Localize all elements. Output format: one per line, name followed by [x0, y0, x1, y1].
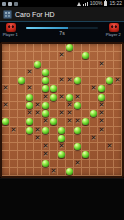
board-cell-11-3[interactable] [26, 135, 34, 143]
green-ball-piece [42, 77, 49, 84]
board-cell-13-14[interactable] [114, 151, 122, 159]
clock: 15:22 [109, 0, 122, 7]
board-cell-12-8[interactable] [66, 143, 74, 151]
board-cell-14-2[interactable] [18, 160, 26, 168]
board-cell-2-0[interactable] [2, 61, 10, 69]
cross-piece: ✕ [67, 102, 73, 109]
board-cell-2-12[interactable]: ✕ [98, 61, 106, 69]
board-cell-1-1[interactable] [10, 52, 18, 60]
board-cell-8-10[interactable] [82, 110, 90, 118]
board-cell-7-13[interactable] [106, 102, 114, 110]
green-ball-piece [58, 151, 65, 158]
board-cell-8-14[interactable] [114, 110, 122, 118]
board-cell-15-14[interactable] [114, 168, 122, 176]
board-cell-11-2[interactable] [18, 135, 26, 143]
board-cell-1-13[interactable] [106, 52, 114, 60]
cross-piece: ✕ [75, 94, 81, 101]
cross-piece: ✕ [67, 110, 73, 117]
board-cell-2-5[interactable] [42, 61, 50, 69]
board-cell-14-11[interactable] [90, 160, 98, 168]
board-cell-8-11[interactable] [90, 110, 98, 118]
board-cell-12-3[interactable] [26, 143, 34, 151]
board-cell-13-2[interactable] [18, 151, 26, 159]
notification-icon [2, 2, 6, 6]
board-cell-15-2[interactable] [18, 168, 26, 176]
board-cell-9-13[interactable] [106, 118, 114, 126]
board-cell-15-8[interactable] [66, 168, 74, 176]
player-bar: Player 1 7s Player 2 [0, 22, 124, 42]
board-cell-1-6[interactable] [50, 52, 58, 60]
board-cell-4-12[interactable] [98, 77, 106, 85]
board-cell-0-8[interactable] [66, 44, 74, 52]
board-cell-11-9[interactable] [74, 135, 82, 143]
board-cell-2-4[interactable] [34, 61, 42, 69]
board-cell-9-14[interactable] [114, 118, 122, 126]
player2-panel: Player 2 [105, 22, 122, 38]
board-cell-9-6[interactable] [50, 118, 58, 126]
battery-icon [104, 1, 107, 6]
board-cell-15-7[interactable] [58, 168, 66, 176]
board-cell-0-10[interactable] [82, 44, 90, 52]
board-cell-1-4[interactable] [34, 52, 42, 60]
cross-piece: ✕ [43, 143, 49, 150]
app-icon [3, 10, 12, 19]
board-cell-4-1[interactable] [10, 77, 18, 85]
board-cell-14-0[interactable] [2, 160, 10, 168]
bottom-area [0, 178, 124, 220]
board-cell-15-13[interactable] [106, 168, 114, 176]
board-cell-11-10[interactable] [82, 135, 90, 143]
cross-piece: ✕ [43, 94, 49, 101]
board-cell-6-11[interactable] [90, 94, 98, 102]
board-cell-3-3[interactable]: ✕ [26, 69, 34, 77]
board-cell-7-14[interactable] [114, 102, 122, 110]
board-cell-14-4[interactable] [34, 160, 42, 168]
board-cell-4-5[interactable] [42, 77, 50, 85]
board-cell-4-2[interactable] [18, 77, 26, 85]
board-cell-3-11[interactable] [90, 69, 98, 77]
green-ball-piece [82, 52, 89, 59]
board-cell-0-3[interactable] [26, 44, 34, 52]
board-cell-10-2[interactable] [18, 127, 26, 135]
board-cell-6-5[interactable]: ✕ [42, 94, 50, 102]
board-cell-9-9[interactable]: ✕ [74, 118, 82, 126]
turn-timer-text: 7s [59, 31, 64, 36]
status-bar: 100% 15:22 [0, 0, 124, 7]
cross-piece: ✕ [27, 110, 33, 117]
green-ball-piece [98, 94, 105, 101]
board-cell-9-2[interactable] [18, 118, 26, 126]
board-cell-15-10[interactable] [82, 168, 90, 176]
cross-piece: ✕ [27, 85, 33, 92]
board-cell-5-10[interactable] [82, 85, 90, 93]
green-ball-piece [50, 118, 57, 125]
signal-strength-icon [83, 2, 88, 6]
board-cell-14-10[interactable] [82, 160, 90, 168]
board-cell-13-11[interactable] [90, 151, 98, 159]
board-cell-13-0[interactable] [2, 151, 10, 159]
turn-progress-fill [26, 27, 68, 29]
board-cell-3-10[interactable] [82, 69, 90, 77]
board-cell-4-4[interactable] [34, 77, 42, 85]
cross-piece: ✕ [75, 160, 81, 167]
green-ball-piece [50, 94, 57, 101]
turn-timer-panel: 7s [19, 22, 105, 36]
cross-piece: ✕ [99, 127, 105, 134]
board-cell-10-12[interactable]: ✕ [98, 127, 106, 135]
board-cell-12-2[interactable] [18, 143, 26, 151]
green-ball-piece [106, 77, 113, 84]
board-cell-11-12[interactable] [98, 135, 106, 143]
board-cell-15-1[interactable] [10, 168, 18, 176]
cross-piece: ✕ [35, 127, 41, 134]
player2-label: Player 2 [106, 33, 121, 37]
cross-piece: ✕ [3, 85, 9, 92]
board-cell-6-2[interactable] [18, 94, 26, 102]
green-ball-piece [2, 118, 9, 125]
cross-piece: ✕ [99, 110, 105, 117]
green-ball-piece [34, 61, 41, 68]
board-cell-15-9[interactable] [74, 168, 82, 176]
board-cell-5-4[interactable] [34, 85, 42, 93]
board-cell-13-5[interactable]: ✕ [42, 151, 50, 159]
cross-piece: ✕ [27, 69, 33, 76]
board-cell-7-10[interactable] [82, 102, 90, 110]
board-cell-9-11[interactable] [90, 118, 98, 126]
board-cell-6-3[interactable] [26, 94, 34, 102]
board-cell-9-10[interactable] [82, 118, 90, 126]
green-ball-piece [82, 118, 89, 125]
board-cell-0-12[interactable] [98, 44, 106, 52]
game-board[interactable]: ✕✕✕✕✕✕✕✕✕✕✕✕✕✕✕✕✕✕✕✕✕✕✕✕✕✕✕✕✕✕✕✕✕✕✕✕ [0, 42, 124, 178]
app-title: Caro For HD [15, 11, 55, 18]
cross-piece: ✕ [59, 143, 65, 150]
board-cell-11-8[interactable] [66, 135, 74, 143]
green-ball-piece [74, 143, 81, 150]
board-cell-0-6[interactable] [50, 44, 58, 52]
cross-piece: ✕ [35, 135, 41, 142]
board-cell-1-8[interactable] [66, 52, 74, 60]
board-cell-1-7[interactable]: ✕ [58, 52, 66, 60]
green-ball-piece [42, 127, 49, 134]
board-cell-7-0[interactable]: ✕ [2, 102, 10, 110]
board-cell-12-9[interactable] [74, 143, 82, 151]
board-cell-3-12[interactable] [98, 69, 106, 77]
cross-piece: ✕ [67, 118, 73, 125]
board-cell-7-2[interactable] [18, 102, 26, 110]
board-cell-12-6[interactable] [50, 143, 58, 151]
board-cell-10-10[interactable] [82, 127, 90, 135]
board-cell-14-3[interactable] [26, 160, 34, 168]
board-cell-1-5[interactable] [42, 52, 50, 60]
board-cell-4-8[interactable]: ✕ [66, 77, 74, 85]
board-cell-2-11[interactable] [90, 61, 98, 69]
cross-piece: ✕ [91, 85, 97, 92]
board-cell-9-7[interactable] [58, 118, 66, 126]
green-ball-piece [66, 168, 73, 175]
board-cell-12-11[interactable] [90, 143, 98, 151]
board-cell-0-13[interactable] [106, 44, 114, 52]
board-cell-12-7[interactable]: ✕ [58, 143, 66, 151]
cross-piece: ✕ [115, 77, 121, 84]
board-cell-3-5[interactable] [42, 69, 50, 77]
board-cell-6-7[interactable]: ✕ [58, 94, 66, 102]
board-cell-5-6[interactable] [50, 85, 58, 93]
green-ball-piece [58, 135, 65, 142]
board-cell-2-7[interactable] [58, 61, 66, 69]
board-cell-13-13[interactable] [106, 151, 114, 159]
board-cell-0-1[interactable] [10, 44, 18, 52]
board-cell-6-10[interactable] [82, 94, 90, 102]
player1-label: Player 1 [3, 33, 18, 37]
green-ball-piece [18, 77, 25, 84]
board-cell-14-14[interactable] [114, 160, 122, 168]
green-ball-piece [42, 160, 49, 167]
board-cell-10-7[interactable] [58, 127, 66, 135]
board-cell-3-0[interactable] [2, 69, 10, 77]
board-cell-8-1[interactable] [10, 110, 18, 118]
board-cell-13-6[interactable] [50, 151, 58, 159]
board-cell-10-1[interactable]: ✕ [10, 127, 18, 135]
board-cell-3-1[interactable] [10, 69, 18, 77]
board-cell-8-4[interactable]: ✕ [34, 110, 42, 118]
green-ball-piece [90, 110, 97, 117]
board-cell-0-0[interactable] [2, 44, 10, 52]
notification-icon [14, 2, 18, 6]
board-cell-0-14[interactable] [114, 44, 122, 52]
board-cell-13-4[interactable] [34, 151, 42, 159]
cross-piece: ✕ [67, 77, 73, 84]
board-cell-14-8[interactable] [66, 160, 74, 168]
board-cell-2-13[interactable] [106, 61, 114, 69]
board-cell-15-4[interactable] [34, 168, 42, 176]
board-cell-14-9[interactable]: ✕ [74, 160, 82, 168]
cross-piece: ✕ [107, 143, 113, 150]
board-cell-3-9[interactable] [74, 69, 82, 77]
board-cell-13-3[interactable] [26, 151, 34, 159]
green-ball-piece [98, 85, 105, 92]
board-cell-9-0[interactable] [2, 118, 10, 126]
green-ball-piece [66, 44, 73, 51]
board-cell-3-4[interactable] [34, 69, 42, 77]
cross-piece: ✕ [59, 94, 65, 101]
cross-piece: ✕ [35, 110, 41, 117]
board-cell-5-0[interactable]: ✕ [2, 85, 10, 93]
notification-icon [8, 2, 12, 6]
board-cell-3-6[interactable] [50, 69, 58, 77]
board-cell-0-11[interactable] [90, 44, 98, 52]
board-cell-2-10[interactable] [82, 61, 90, 69]
phone-screen: 100% 15:22 Caro For HD Player 1 7s Playe… [0, 0, 124, 220]
board-cell-13-7[interactable] [58, 151, 66, 159]
board-cell-2-8[interactable] [66, 61, 74, 69]
board-cell-5-1[interactable] [10, 85, 18, 93]
cross-piece: ✕ [99, 61, 105, 68]
board-cell-15-11[interactable] [90, 168, 98, 176]
board-cell-10-9[interactable] [74, 127, 82, 135]
board-cell-8-3[interactable]: ✕ [26, 110, 34, 118]
green-ball-piece [26, 94, 33, 101]
board-cell-12-10[interactable] [82, 143, 90, 151]
battery-percent: 100% [90, 0, 103, 7]
board-cell-4-14[interactable]: ✕ [114, 77, 122, 85]
green-ball-piece [26, 102, 33, 109]
green-ball-piece [50, 85, 57, 92]
green-ball-piece [26, 118, 33, 125]
board-cell-2-2[interactable] [18, 61, 26, 69]
green-ball-piece [74, 127, 81, 134]
board-cell-11-11[interactable]: ✕ [90, 135, 98, 143]
board-cell-9-8[interactable]: ✕ [66, 118, 74, 126]
board-cell-14-1[interactable] [10, 160, 18, 168]
board-cell-7-5[interactable] [42, 102, 50, 110]
board-cell-5-11[interactable]: ✕ [90, 85, 98, 93]
board-cell-15-6[interactable]: ✕ [50, 168, 58, 176]
green-ball-piece [66, 94, 73, 101]
green-ball-piece [42, 69, 49, 76]
board-cell-11-6[interactable] [50, 135, 58, 143]
board-cell-13-12[interactable] [98, 151, 106, 159]
green-ball-piece [42, 110, 49, 117]
board-cell-5-2[interactable] [18, 85, 26, 93]
cross-piece: ✕ [51, 168, 57, 175]
green-ball-piece [58, 127, 65, 134]
board-cell-12-14[interactable] [114, 143, 122, 151]
board-cell-10-13[interactable] [106, 127, 114, 135]
cross-piece: ✕ [43, 151, 49, 158]
board-cell-4-13[interactable] [106, 77, 114, 85]
cross-piece: ✕ [99, 102, 105, 109]
board-cell-2-14[interactable] [114, 61, 122, 69]
board-cell-14-7[interactable] [58, 160, 66, 168]
player1-avatar[interactable] [6, 23, 16, 32]
board-cell-1-2[interactable] [18, 52, 26, 60]
green-ball-piece [26, 127, 33, 134]
board-cell-0-5[interactable] [42, 44, 50, 52]
board-cell-1-11[interactable] [90, 52, 98, 60]
green-ball-piece [42, 85, 49, 92]
board-cell-2-1[interactable] [10, 61, 18, 69]
board-cell-13-10[interactable] [82, 151, 90, 159]
board-cell-10-5[interactable] [42, 127, 50, 135]
board-cell-6-9[interactable]: ✕ [74, 94, 82, 102]
cross-piece: ✕ [43, 118, 49, 125]
board-cell-12-0[interactable] [2, 143, 10, 151]
board-cell-10-6[interactable] [50, 127, 58, 135]
board-cell-8-7[interactable]: ✕ [58, 110, 66, 118]
board-cell-5-3[interactable]: ✕ [26, 85, 34, 93]
wifi-icon [77, 2, 81, 6]
board-cell-5-8[interactable] [66, 85, 74, 93]
board-cell-7-11[interactable] [90, 102, 98, 110]
board-cell-11-14[interactable] [114, 135, 122, 143]
board-cell-2-9[interactable] [74, 61, 82, 69]
board-cell-15-5[interactable] [42, 168, 50, 176]
board-cell-9-5[interactable]: ✕ [42, 118, 50, 126]
board-cell-10-0[interactable] [2, 127, 10, 135]
board-cell-9-3[interactable] [26, 118, 34, 126]
board-cell-8-2[interactable] [18, 110, 26, 118]
player1-panel: Player 1 [2, 22, 19, 38]
board-cell-12-12[interactable] [98, 143, 106, 151]
cross-piece: ✕ [59, 77, 65, 84]
board-cell-10-8[interactable] [66, 127, 74, 135]
board-cell-11-1[interactable] [10, 135, 18, 143]
board-cell-0-4[interactable] [34, 44, 42, 52]
board-cell-8-13[interactable] [106, 110, 114, 118]
board-cell-3-2[interactable] [18, 69, 26, 77]
board-cell-11-4[interactable]: ✕ [34, 135, 42, 143]
board-cell-10-3[interactable] [26, 127, 34, 135]
board-cell-4-9[interactable] [74, 77, 82, 85]
board-cell-14-12[interactable] [98, 160, 106, 168]
board-cell-15-3[interactable] [26, 168, 34, 176]
cross-piece: ✕ [59, 110, 65, 117]
player2-avatar[interactable] [109, 23, 119, 32]
green-ball-piece [82, 151, 89, 158]
board-cell-8-0[interactable] [2, 110, 10, 118]
board-cell-8-6[interactable] [50, 110, 58, 118]
board-cell-1-9[interactable] [74, 52, 82, 60]
board-cell-14-13[interactable] [106, 160, 114, 168]
board-cell-15-12[interactable] [98, 168, 106, 176]
title-bar: Caro For HD [0, 7, 124, 22]
cross-piece: ✕ [99, 118, 105, 125]
green-ball-piece [42, 102, 49, 109]
board-cell-12-4[interactable] [34, 143, 42, 151]
board-cell-1-3[interactable] [26, 52, 34, 60]
board-cell-12-13[interactable]: ✕ [106, 143, 114, 151]
board-cell-7-9[interactable] [74, 102, 82, 110]
cross-piece: ✕ [91, 135, 97, 142]
turn-progress-bar [26, 27, 98, 29]
board-cell-10-14[interactable] [114, 127, 122, 135]
board-cell-2-6[interactable] [50, 61, 58, 69]
board-cell-14-5[interactable] [42, 160, 50, 168]
board-cell-12-1[interactable] [10, 143, 18, 151]
board-cell-1-14[interactable] [114, 52, 122, 60]
board-cell-11-0[interactable] [2, 135, 10, 143]
board-cell-0-9[interactable] [74, 44, 82, 52]
board-cell-5-13[interactable] [106, 85, 114, 93]
board-cell-0-2[interactable] [18, 44, 26, 52]
board-cell-6-1[interactable] [10, 94, 18, 102]
board-cell-6-14[interactable] [114, 94, 122, 102]
cross-piece: ✕ [75, 118, 81, 125]
green-ball-piece [74, 102, 81, 109]
board-cell-13-8[interactable] [66, 151, 74, 159]
board-cell-3-13[interactable] [106, 69, 114, 77]
board-cell-4-7[interactable]: ✕ [58, 77, 66, 85]
board-cell-6-6[interactable] [50, 94, 58, 102]
board-cell-7-6[interactable] [50, 102, 58, 110]
board-cell-5-12[interactable] [98, 85, 106, 93]
board-cell-5-14[interactable] [114, 85, 122, 93]
board-cell-4-6[interactable] [50, 77, 58, 85]
cross-piece: ✕ [11, 127, 17, 134]
cross-piece: ✕ [3, 102, 9, 109]
board-cell-4-10[interactable] [82, 77, 90, 85]
board-cell-1-0[interactable] [2, 52, 10, 60]
board-cell-13-1[interactable] [10, 151, 18, 159]
board-cell-1-10[interactable] [82, 52, 90, 60]
board-cell-7-1[interactable] [10, 102, 18, 110]
cross-piece: ✕ [35, 102, 41, 109]
board-cell-15-0[interactable] [2, 168, 10, 176]
green-ball-piece [74, 77, 81, 84]
board-cell-6-13[interactable] [106, 94, 114, 102]
cross-piece: ✕ [59, 52, 65, 59]
